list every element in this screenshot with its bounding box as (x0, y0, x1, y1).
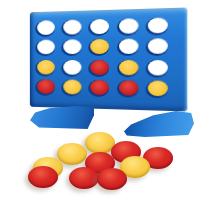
yellow-disc (148, 81, 168, 97)
board-cell-r3c3 (85, 58, 113, 79)
board-cell-r3c1 (32, 58, 58, 78)
red-disc (37, 79, 55, 94)
board-cell-r1c2 (58, 17, 85, 38)
board-cell-r4c2 (58, 78, 85, 99)
board-cell-r1c3 (85, 17, 113, 38)
board-cell-r2c4 (113, 37, 142, 58)
red-disc (91, 80, 110, 95)
empty-hole (63, 60, 81, 75)
board-cell-r4c5 (142, 79, 172, 101)
hole-r4c3 (89, 80, 110, 97)
hole-r1c1 (35, 20, 54, 37)
hole-r2c3 (89, 39, 110, 56)
hole-r2c5 (146, 39, 168, 57)
board-cell-r4c1 (32, 78, 58, 98)
yellow-disc (119, 60, 138, 75)
empty-hole (148, 60, 168, 76)
game-board (30, 8, 187, 112)
board-cell-r3c4 (113, 58, 142, 79)
board-grid (32, 15, 172, 100)
red-loose-disc (28, 166, 58, 188)
empty-hole (119, 18, 138, 34)
red-loose-disc (69, 167, 99, 189)
yellow-disc (63, 80, 81, 95)
board-cell-r2c5 (142, 37, 172, 58)
hole-r1c5 (146, 17, 168, 35)
hole-r1c2 (61, 19, 81, 36)
board-stand-left (30, 106, 94, 129)
empty-hole (148, 17, 168, 33)
hole-r3c5 (146, 60, 168, 78)
hole-r2c4 (117, 39, 138, 56)
board-cell-r3c2 (58, 58, 85, 78)
board-cell-r2c1 (32, 38, 58, 58)
red-loose-disc (97, 168, 127, 190)
hole-r1c3 (89, 19, 110, 36)
hole-r2c2 (61, 40, 81, 57)
yellow-disc (37, 60, 55, 75)
hole-r3c1 (35, 60, 54, 77)
product-photo (0, 0, 200, 200)
hole-r2c1 (35, 40, 54, 57)
board-cell-r2c3 (85, 37, 113, 58)
empty-hole (119, 39, 138, 54)
board-cell-r3c5 (142, 58, 172, 79)
board-cell-r1c4 (113, 16, 142, 37)
hole-r3c4 (117, 60, 138, 77)
hole-r4c1 (35, 79, 54, 96)
board-cell-r1c1 (32, 18, 58, 38)
hole-r4c4 (117, 80, 138, 98)
board-cell-r4c4 (113, 79, 142, 100)
empty-hole (91, 19, 110, 34)
empty-hole (63, 19, 81, 34)
board-cell-r4c3 (85, 78, 113, 99)
empty-hole (63, 40, 81, 55)
hole-r4c5 (146, 81, 168, 99)
board-cell-r2c2 (58, 38, 85, 58)
empty-hole (148, 39, 168, 55)
board-stand-right (124, 111, 194, 137)
hole-r3c2 (61, 60, 81, 77)
hole-r3c3 (89, 60, 110, 77)
board-cell-r1c5 (142, 15, 172, 37)
empty-hole (37, 20, 55, 35)
hole-r1c4 (117, 18, 138, 36)
yellow-disc (91, 39, 110, 54)
empty-hole (37, 40, 55, 55)
yellow-loose-disc (57, 143, 87, 165)
red-disc (119, 80, 138, 96)
red-disc (91, 60, 110, 75)
hole-r4c2 (61, 80, 81, 97)
